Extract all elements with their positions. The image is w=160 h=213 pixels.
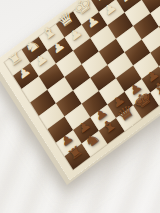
photo-scene: ♜♞♝♛♚♝♞♜♟♟♟♟♟♟♟♟♟♟♟♟♟♟♟♟♜♞♝♛♚♝♞♜ (0, 0, 160, 213)
